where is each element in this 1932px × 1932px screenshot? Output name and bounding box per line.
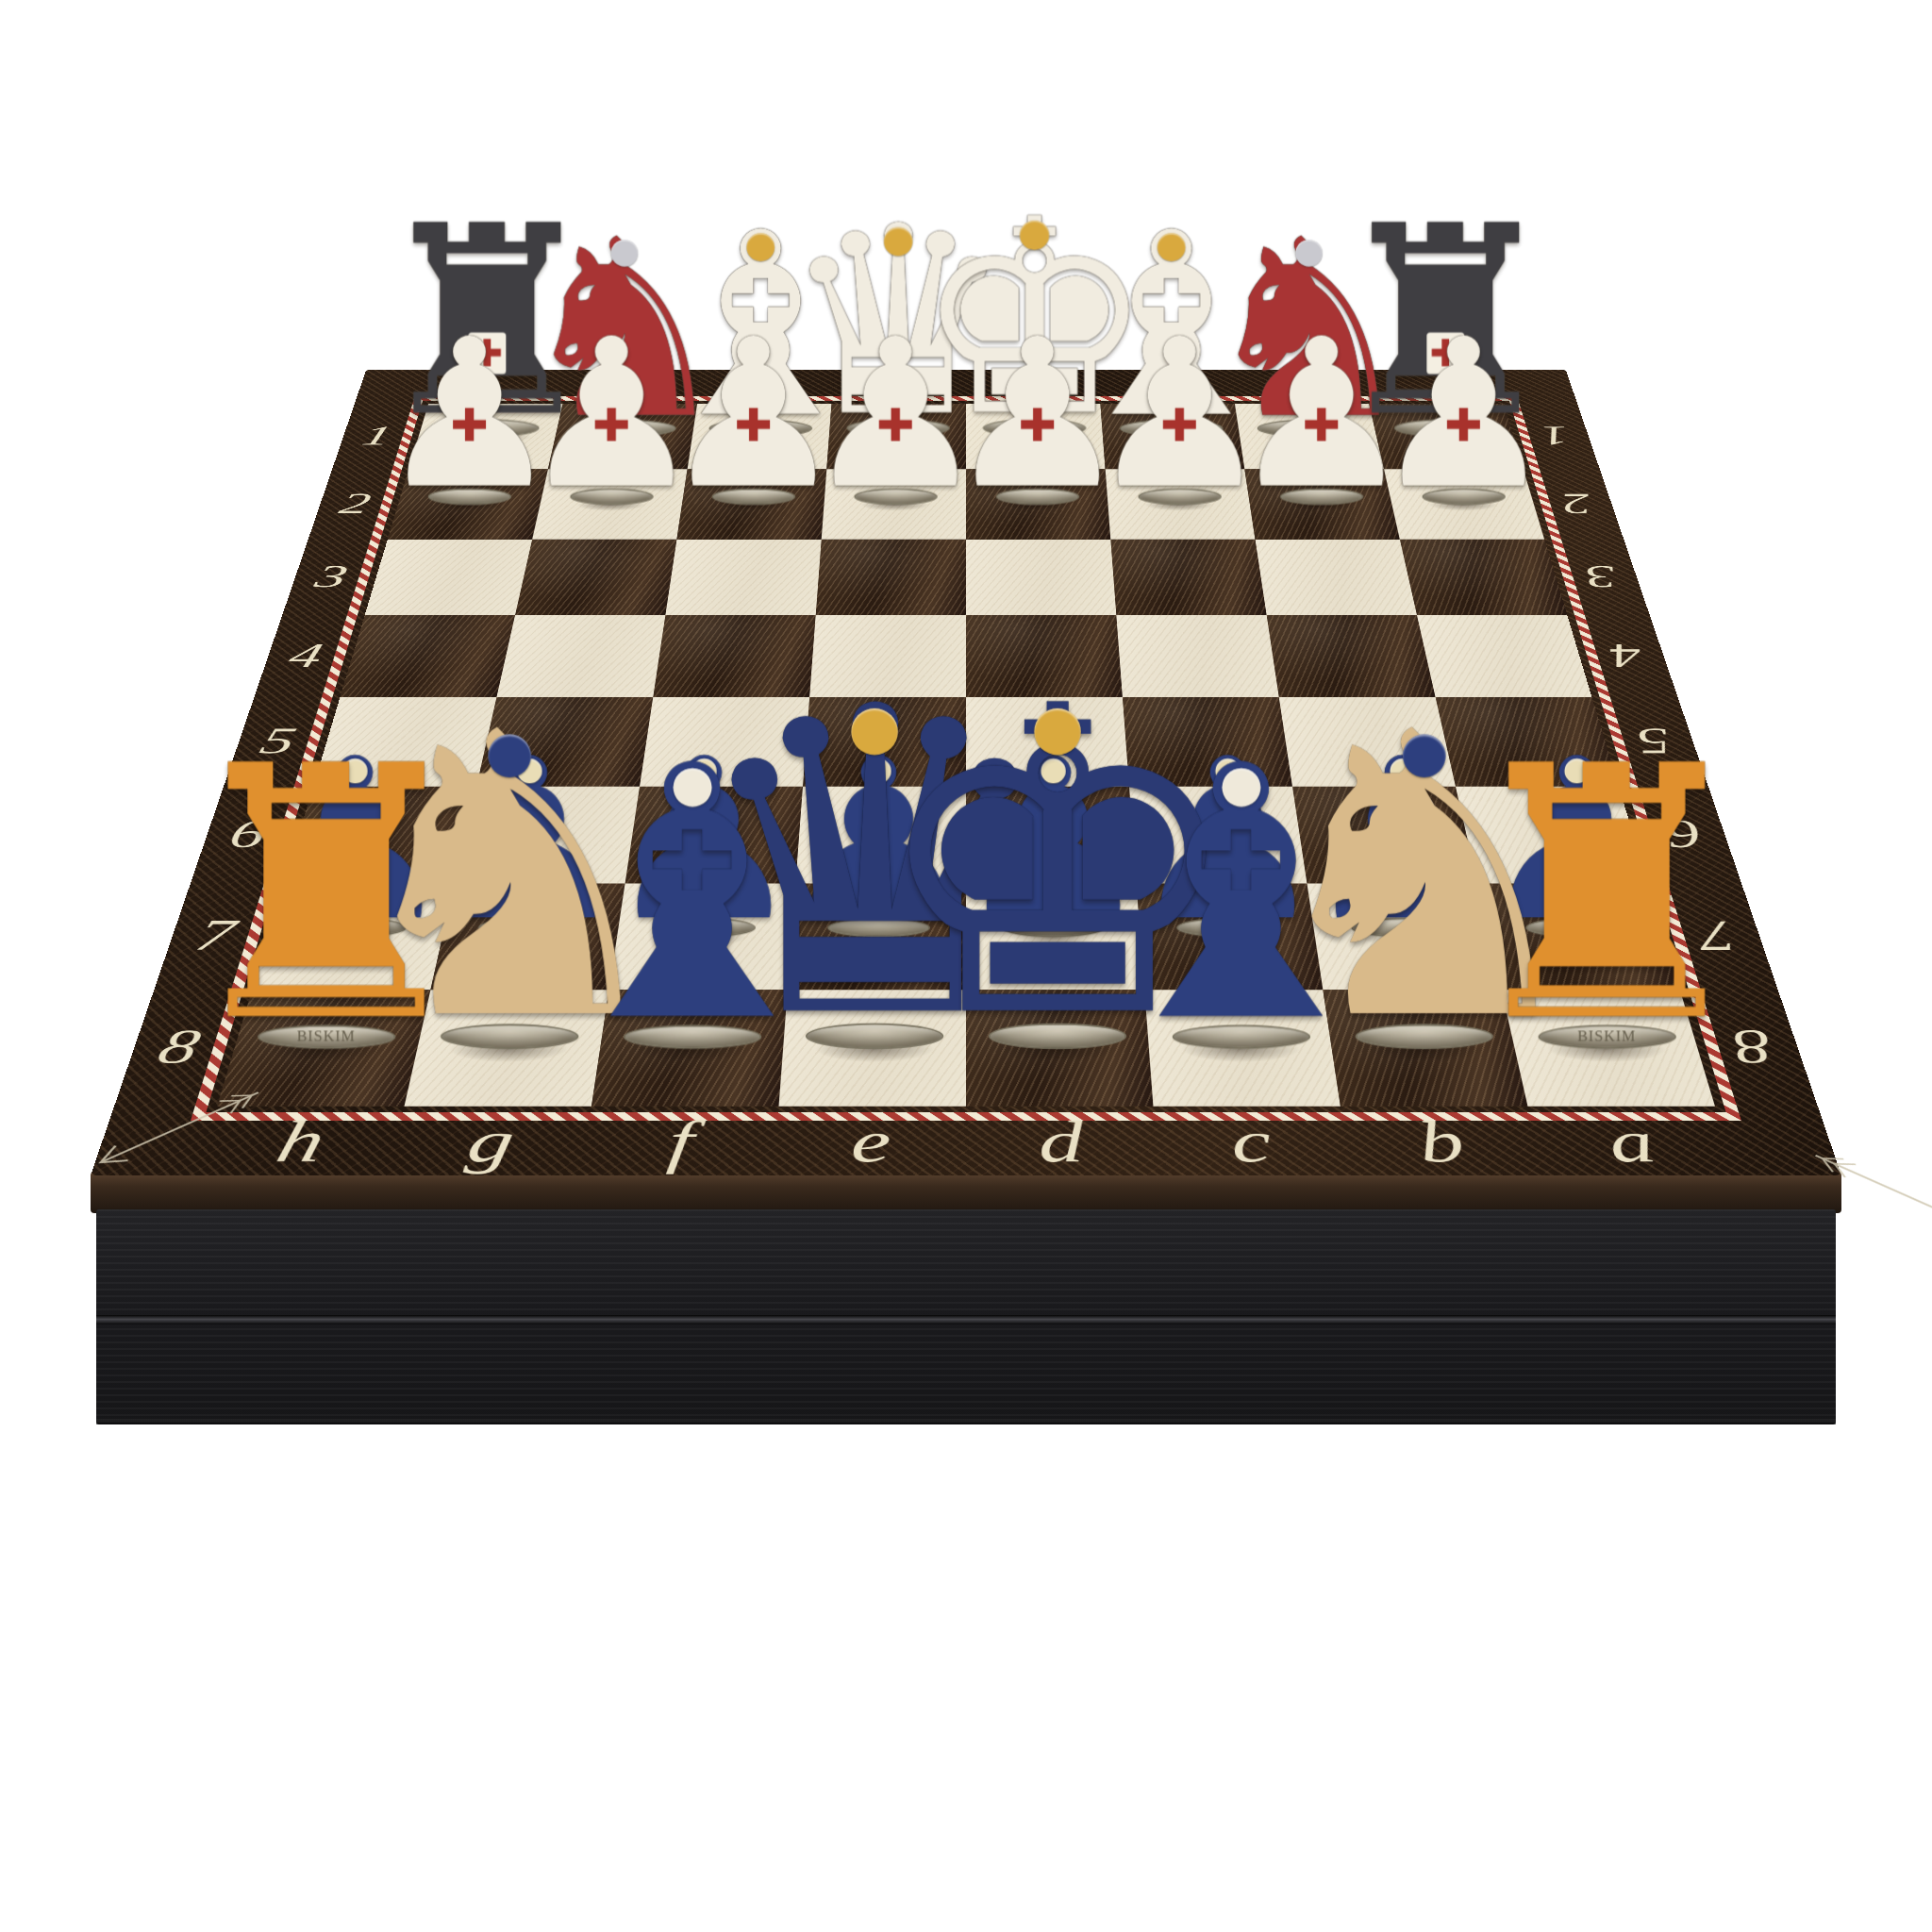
red-cross-emblem: ✚: [1018, 402, 1056, 447]
box-bottom-edge: [96, 1419, 1836, 1424]
file-label-a: a: [1601, 1112, 1661, 1172]
board-edge: [91, 1172, 1841, 1213]
storage-box: [96, 1209, 1836, 1424]
file-label-c: c: [1228, 1112, 1274, 1172]
rook-glyph: ♜: [1450, 753, 1762, 1039]
piece-base: [1279, 488, 1363, 505]
piece-base: [1138, 488, 1222, 505]
rank-label-left-3: 3: [311, 561, 352, 592]
red-cross-emblem: ✚: [1444, 402, 1482, 447]
file-label-e: e: [850, 1112, 891, 1172]
square-b3[interactable]: [1256, 540, 1417, 615]
headpiece-accent: [1034, 708, 1080, 755]
red-cross-emblem: ✚: [450, 402, 488, 447]
red-cross-emblem: ✚: [734, 402, 772, 447]
base-text: BISKIM: [1577, 1028, 1636, 1046]
square-h3[interactable]: [365, 540, 532, 615]
headpiece-accent: [1295, 240, 1322, 266]
board-grid: ♜✚♞♝♛♚♝♞♜✚♟✚♟✚♟✚♟✚♟✚♟✚♟✚♟✚♟♟♟♟♟♟♟♟♜BISKI…: [217, 404, 1715, 1107]
rank-label-right-2: 2: [1557, 490, 1596, 519]
piece-base: [853, 488, 937, 505]
piece-base: [427, 488, 511, 505]
square-f3[interactable]: [665, 540, 821, 615]
square-a2[interactable]: ♟✚: [1384, 469, 1544, 540]
piece-base: [1422, 488, 1506, 505]
square-g3[interactable]: [515, 540, 676, 615]
file-label-g: g: [463, 1112, 519, 1172]
square-e3[interactable]: [816, 540, 966, 615]
red-cross-emblem: ✚: [592, 402, 630, 447]
file-label-h: h: [271, 1112, 331, 1172]
headpiece-accent: [1158, 233, 1186, 261]
square-c3[interactable]: [1110, 540, 1266, 615]
headpiece-accent: [1020, 221, 1049, 250]
red-cross-emblem: ✚: [1302, 402, 1340, 447]
file-label-f: f: [665, 1112, 696, 1172]
red-cross-emblem: ✚: [876, 402, 914, 447]
piece-base: [569, 488, 653, 505]
box-lid-seam: [96, 1315, 1836, 1324]
headpiece-accent: [883, 227, 912, 257]
rank-label-left-4: 4: [285, 639, 327, 673]
chess-board: ♜✚♞♝♛♚♝♞♜✚♟✚♟✚♟✚♟✚♟✚♟✚♟✚♟✚♟♟♟♟♟♟♟♟♜BISKI…: [91, 370, 1841, 1175]
headpiece-accent: [746, 233, 774, 261]
square-a3[interactable]: [1400, 540, 1567, 615]
file-label-b: b: [1413, 1112, 1469, 1172]
red-cross-emblem: ✚: [1160, 402, 1198, 447]
piece-base: BISKIM: [1538, 1024, 1675, 1049]
headpiece-accent: [1402, 734, 1445, 777]
square-d3[interactable]: [966, 540, 1116, 615]
headpiece-accent: [487, 734, 530, 777]
file-label-d: d: [1038, 1112, 1085, 1172]
rank-label-right-4: 4: [1605, 639, 1647, 673]
piece-base: [995, 488, 1079, 505]
headpiece-accent: [610, 240, 637, 266]
piece-base: [711, 488, 795, 505]
rank-label-left-2: 2: [336, 490, 375, 519]
rank-label-right-3: 3: [1580, 561, 1621, 592]
product-photo-scene: ♜✚♞♝♛♚♝♞♜✚♟✚♟✚♟✚♟✚♟✚♟✚♟✚♟✚♟♟♟♟♟♟♟♟♜BISKI…: [0, 0, 1932, 1932]
square-a8[interactable]: ♜BISKIM: [1502, 990, 1715, 1107]
